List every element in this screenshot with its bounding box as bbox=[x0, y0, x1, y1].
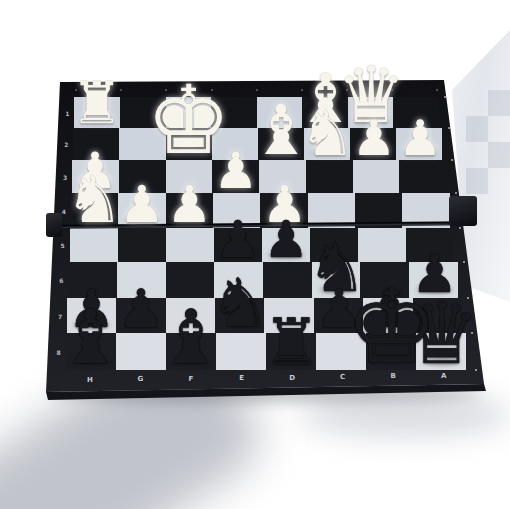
white-pawn-e3[interactable]: ♟ bbox=[214, 146, 259, 196]
chess-set-photo: HGFEDCBA12345678 ♜♛♝♟♟♞♝♚♟♟♟♟♟♞♟♟♟♞♟♟♞♟♟… bbox=[0, 0, 510, 509]
white-pawn-g4[interactable]: ♟ bbox=[119, 179, 165, 230]
black-king-b8[interactable]: ♚ bbox=[346, 275, 438, 378]
square-b4[interactable] bbox=[355, 193, 402, 228]
white-rook-h1[interactable]: ♜ bbox=[71, 74, 123, 132]
black-pawn-e5[interactable]: ♟ bbox=[215, 214, 261, 265]
white-pawn-b2[interactable]: ♟ bbox=[352, 114, 396, 163]
cast-shadow-right bbox=[300, 392, 510, 438]
ghost-square bbox=[466, 116, 488, 142]
white-pawn-a2[interactable]: ♟ bbox=[398, 114, 442, 163]
ghost-square bbox=[466, 168, 488, 194]
white-knight-h4[interactable]: ♞ bbox=[65, 167, 123, 232]
black-rook-d8[interactable]: ♜ bbox=[263, 310, 320, 374]
black-pawn-d5[interactable]: ♟ bbox=[263, 214, 309, 265]
white-pawn-f4[interactable]: ♟ bbox=[167, 179, 213, 230]
white-bishop-d2[interactable]: ♝ bbox=[250, 96, 312, 165]
square-a4[interactable] bbox=[402, 193, 449, 228]
square-c4[interactable] bbox=[308, 193, 355, 228]
black-bishop-h8[interactable]: ♝ bbox=[57, 300, 124, 375]
ghost-square bbox=[488, 142, 510, 168]
black-bishop-f8[interactable]: ♝ bbox=[157, 300, 224, 375]
ghost-square bbox=[488, 90, 510, 116]
